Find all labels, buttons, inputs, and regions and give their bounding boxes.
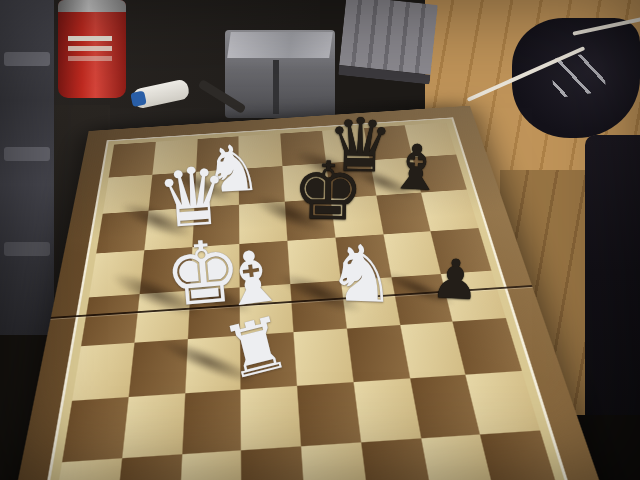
piece-white-king-c4: ♚ [161,227,245,319]
piece-black-king-e6: ♚ [291,151,364,232]
piece-white-knight-f4: ♞ [326,234,399,314]
photo-scene: ♛♞♚♝♜♞♛♚♝♟ [0,0,640,480]
piece-black-pawn-h4: ♟ [429,252,480,308]
pieces-layer: ♛♞♚♝♜♞♛♚♝♟ [0,0,640,480]
piece-black-bishop-g7: ♝ [387,136,446,201]
